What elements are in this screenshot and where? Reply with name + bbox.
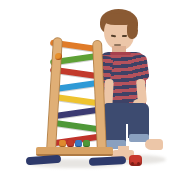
toy-wheel-icon	[131, 162, 134, 165]
base-roller-1	[67, 140, 74, 147]
base-roller-0	[59, 140, 66, 147]
roller-tray	[59, 140, 99, 147]
small-red-roller-toy	[129, 155, 142, 166]
base-roller-3	[83, 140, 90, 147]
base-roller-2	[75, 140, 82, 147]
photo-toddler-with-ramp-tower	[0, 0, 180, 180]
toy-wheel-icon	[137, 162, 140, 165]
rolling-ball	[55, 53, 62, 60]
ramp-tower-toy	[0, 0, 180, 180]
